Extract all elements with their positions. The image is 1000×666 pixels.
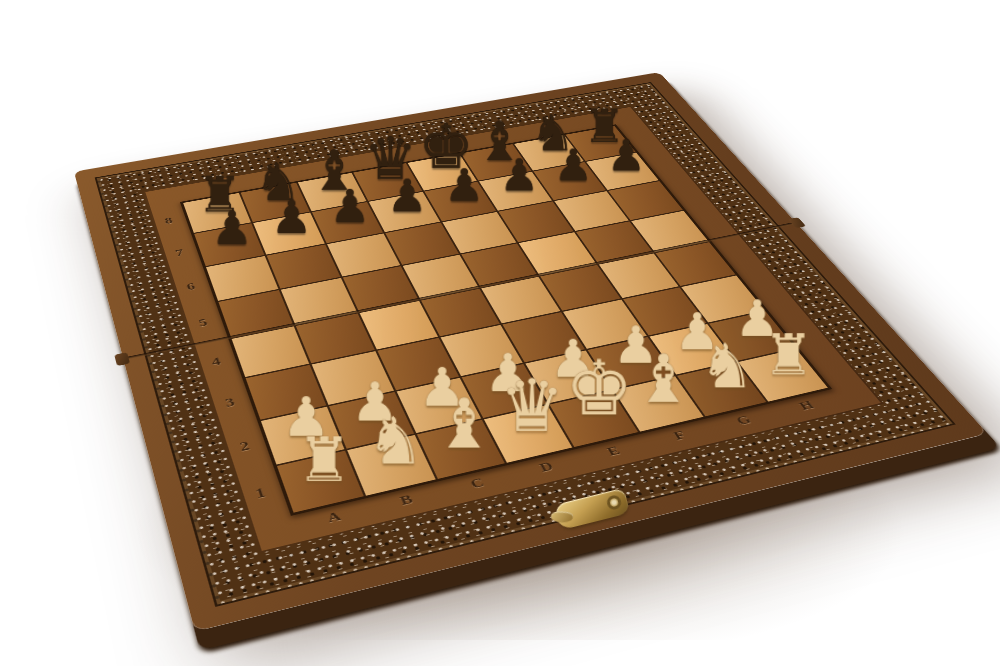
piece-white-knight[interactable]: ♞: [358, 409, 432, 474]
file-label-b: B: [391, 491, 422, 510]
file-label-d: D: [531, 458, 562, 476]
hinge-left: [114, 352, 130, 366]
piece-white-bishop[interactable]: ♝: [428, 389, 501, 458]
rank-label-4: 4: [203, 354, 230, 370]
rank-label-1: 1: [246, 484, 276, 504]
piece-white-rook[interactable]: ♜: [754, 327, 823, 383]
file-label-g: G: [729, 412, 760, 429]
file-label-c: C: [462, 474, 493, 493]
piece-white-king[interactable]: ♚: [563, 351, 635, 427]
rank-label-3: 3: [216, 394, 244, 411]
file-label-a: A: [319, 508, 350, 528]
rank-label-8: 8: [157, 214, 181, 227]
file-label-h: H: [791, 397, 822, 414]
file-label-f: F: [664, 427, 695, 444]
piece-white-knight[interactable]: ♞: [692, 336, 762, 397]
rank-label-5: 5: [190, 316, 216, 331]
piece-white-rook[interactable]: ♜: [286, 430, 361, 491]
rank-label-6: 6: [178, 280, 203, 294]
piece-white-bishop[interactable]: ♝: [628, 346, 699, 412]
rank-label-2: 2: [230, 437, 259, 455]
file-label-e: E: [598, 442, 629, 460]
hinge-right: [788, 217, 806, 228]
rank-label-7: 7: [167, 246, 191, 259]
product-photo-stage: 87654321ABCDEFGH ♜♞♝♛♚♝♞♜♟♟♟♟♟♟♟♟♟♟♟♟♟♟♟…: [0, 0, 1000, 666]
piece-white-queen[interactable]: ♛: [496, 370, 569, 443]
